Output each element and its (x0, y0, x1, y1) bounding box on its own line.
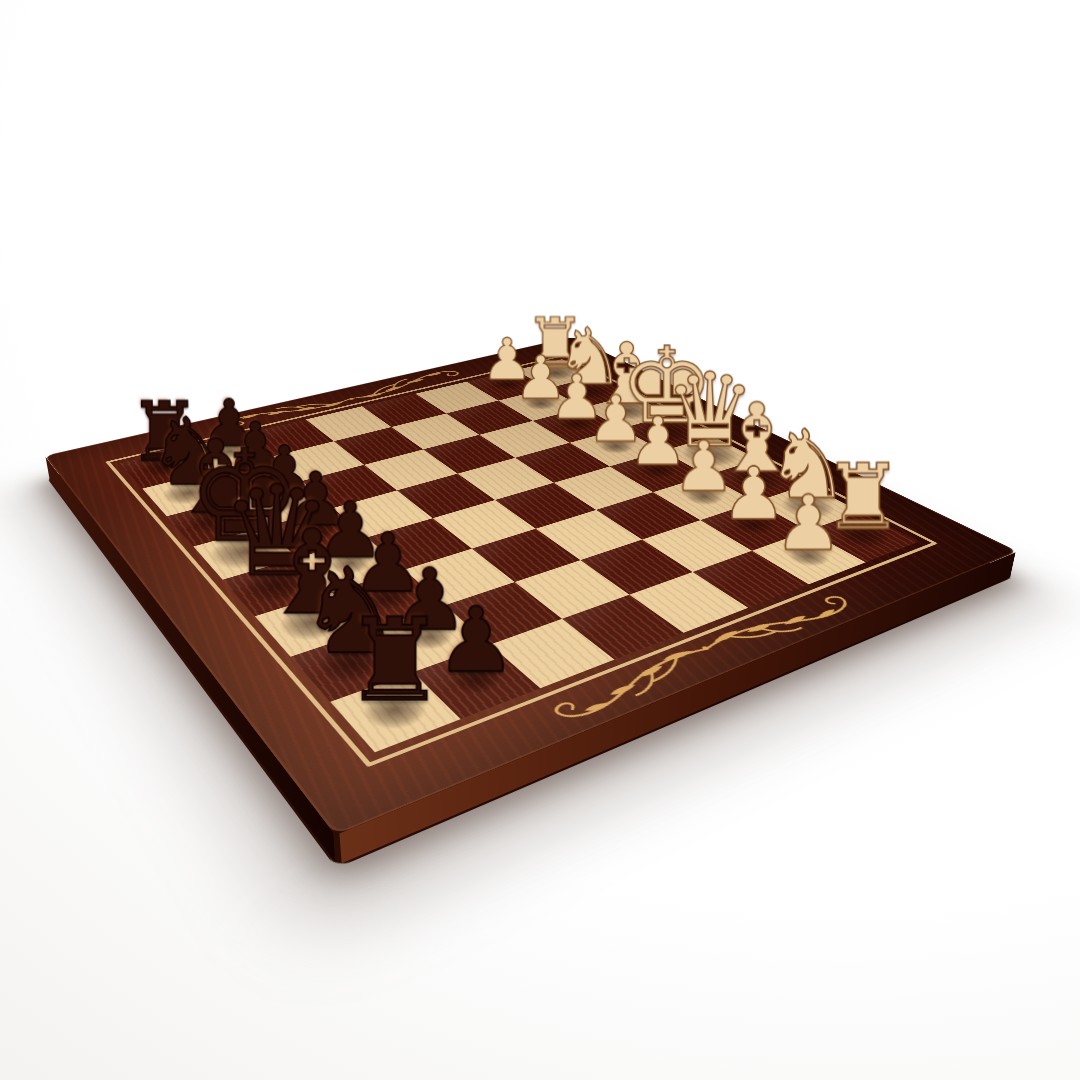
piece-glyph: ♟ (774, 485, 842, 561)
scene: ♜♞♝♛♚♝♞♜♟♟♟♟♟♟♟♟♟♟♟♟♟♟♟♟♜♞♝♛♚♝♞♜ (0, 0, 1080, 1080)
piece-glyph: ♟ (436, 596, 517, 686)
perspective-wrapper: ♜♞♝♛♚♝♞♜♟♟♟♟♟♟♟♟♟♟♟♟♟♟♟♟♜♞♝♛♚♝♞♜ (145, 150, 845, 850)
chess-board: ♜♞♝♛♚♝♞♜♟♟♟♟♟♟♟♟♟♟♟♟♟♟♟♟♜♞♝♛♚♝♞♜ (45, 337, 1018, 836)
piece-glyph: ♜ (344, 603, 447, 717)
